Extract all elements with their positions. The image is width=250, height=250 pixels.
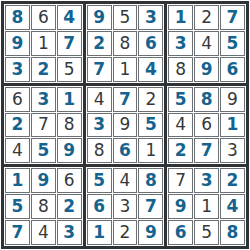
cell-r5c4[interactable]: 3: [87, 113, 112, 138]
cell-r7c8[interactable]: 3: [194, 168, 219, 193]
cell-r6c5[interactable]: 6: [113, 138, 138, 163]
cell-r4c9[interactable]: 9: [220, 87, 245, 112]
cell-r4c7[interactable]: 5: [168, 87, 193, 112]
cell-r4c8[interactable]: 8: [194, 87, 219, 112]
cell-r9c2[interactable]: 4: [31, 220, 56, 245]
cell-r7c9[interactable]: 2: [220, 168, 245, 193]
cell-r2c8[interactable]: 4: [194, 31, 219, 56]
cell-r9c4[interactable]: 1: [87, 220, 112, 245]
cell-r7c5[interactable]: 4: [113, 168, 138, 193]
cell-r8c2[interactable]: 8: [31, 194, 56, 219]
cell-r5c2[interactable]: 7: [31, 113, 56, 138]
cell-r6c2[interactable]: 5: [31, 138, 56, 163]
cell-r2c7[interactable]: 3: [168, 31, 193, 56]
cell-r6c4[interactable]: 8: [87, 138, 112, 163]
cell-r4c4[interactable]: 4: [87, 87, 112, 112]
cell-r4c1[interactable]: 6: [5, 87, 30, 112]
cell-r8c1[interactable]: 5: [5, 194, 30, 219]
cell-r2c3[interactable]: 7: [57, 31, 82, 56]
cell-r5c3[interactable]: 8: [57, 113, 82, 138]
cell-r5c5[interactable]: 9: [113, 113, 138, 138]
cell-r1c2[interactable]: 6: [31, 5, 56, 30]
cell-r1c1[interactable]: 8: [5, 5, 30, 30]
cell-r8c7[interactable]: 9: [168, 194, 193, 219]
cell-r8c8[interactable]: 1: [194, 194, 219, 219]
cell-r3c5[interactable]: 1: [113, 57, 138, 82]
cell-r7c6[interactable]: 8: [138, 168, 163, 193]
cell-r6c7[interactable]: 2: [168, 138, 193, 163]
box-4: 631278459: [4, 86, 83, 165]
cell-r6c8[interactable]: 7: [194, 138, 219, 163]
sudoku-board: 864917325 953286714 127345896 631278459 …: [1, 1, 249, 249]
cell-r4c2[interactable]: 3: [31, 87, 56, 112]
cell-r3c8[interactable]: 9: [194, 57, 219, 82]
cell-r4c5[interactable]: 7: [113, 87, 138, 112]
cell-r9c8[interactable]: 5: [194, 220, 219, 245]
cell-r3c7[interactable]: 8: [168, 57, 193, 82]
cell-r1c5[interactable]: 5: [113, 5, 138, 30]
cell-r6c6[interactable]: 1: [138, 138, 163, 163]
cell-r9c7[interactable]: 6: [168, 220, 193, 245]
cell-r5c1[interactable]: 2: [5, 113, 30, 138]
box-2: 953286714: [86, 4, 165, 83]
cell-r7c2[interactable]: 9: [31, 168, 56, 193]
cell-r2c2[interactable]: 1: [31, 31, 56, 56]
cell-r6c9[interactable]: 3: [220, 138, 245, 163]
box-5: 472395861: [86, 86, 165, 165]
cell-r1c4[interactable]: 9: [87, 5, 112, 30]
cell-r2c1[interactable]: 9: [5, 31, 30, 56]
cell-r2c6[interactable]: 6: [138, 31, 163, 56]
cell-r7c4[interactable]: 5: [87, 168, 112, 193]
cell-r5c6[interactable]: 5: [138, 113, 163, 138]
cell-r1c3[interactable]: 4: [57, 5, 82, 30]
cell-r3c1[interactable]: 3: [5, 57, 30, 82]
cell-r9c3[interactable]: 3: [57, 220, 82, 245]
cell-r9c1[interactable]: 7: [5, 220, 30, 245]
box-6: 589461273: [167, 86, 246, 165]
cell-r9c5[interactable]: 2: [113, 220, 138, 245]
cell-r3c2[interactable]: 2: [31, 57, 56, 82]
cell-r8c9[interactable]: 4: [220, 194, 245, 219]
cell-r5c9[interactable]: 1: [220, 113, 245, 138]
cell-r3c9[interactable]: 6: [220, 57, 245, 82]
cell-r3c6[interactable]: 4: [138, 57, 163, 82]
cell-r7c3[interactable]: 6: [57, 168, 82, 193]
cell-r1c8[interactable]: 2: [194, 5, 219, 30]
cell-r9c9[interactable]: 8: [220, 220, 245, 245]
box-8: 548637129: [86, 167, 165, 246]
cell-r8c5[interactable]: 3: [113, 194, 138, 219]
cell-r3c3[interactable]: 5: [57, 57, 82, 82]
cell-r7c1[interactable]: 1: [5, 168, 30, 193]
cell-r9c6[interactable]: 9: [138, 220, 163, 245]
cell-r8c3[interactable]: 2: [57, 194, 82, 219]
cell-r7c7[interactable]: 7: [168, 168, 193, 193]
cell-r4c6[interactable]: 2: [138, 87, 163, 112]
cell-r1c6[interactable]: 3: [138, 5, 163, 30]
cell-r2c9[interactable]: 5: [220, 31, 245, 56]
cell-r1c7[interactable]: 1: [168, 5, 193, 30]
cell-r1c9[interactable]: 7: [220, 5, 245, 30]
box-1: 864917325: [4, 4, 83, 83]
cell-r4c3[interactable]: 1: [57, 87, 82, 112]
cell-r2c4[interactable]: 2: [87, 31, 112, 56]
cell-r2c5[interactable]: 8: [113, 31, 138, 56]
cell-r6c1[interactable]: 4: [5, 138, 30, 163]
box-9: 732914658: [167, 167, 246, 246]
box-3: 127345896: [167, 4, 246, 83]
cell-r5c7[interactable]: 4: [168, 113, 193, 138]
cell-r8c6[interactable]: 7: [138, 194, 163, 219]
cell-r3c4[interactable]: 7: [87, 57, 112, 82]
cell-r5c8[interactable]: 6: [194, 113, 219, 138]
box-7: 196582743: [4, 167, 83, 246]
cell-r8c4[interactable]: 6: [87, 194, 112, 219]
cell-r6c3[interactable]: 9: [57, 138, 82, 163]
